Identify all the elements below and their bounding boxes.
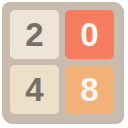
screenshot-background: 2 0 4 8 bbox=[0, 0, 128, 128]
2048-board: 2 0 4 8 bbox=[10, 10, 114, 114]
tile-4: 4 bbox=[10, 65, 59, 114]
2048-app-icon[interactable]: 2 0 4 8 bbox=[2, 2, 122, 122]
tile-8: 8 bbox=[65, 65, 114, 114]
tile-0: 0 bbox=[65, 10, 114, 59]
tile-2: 2 bbox=[10, 10, 59, 59]
